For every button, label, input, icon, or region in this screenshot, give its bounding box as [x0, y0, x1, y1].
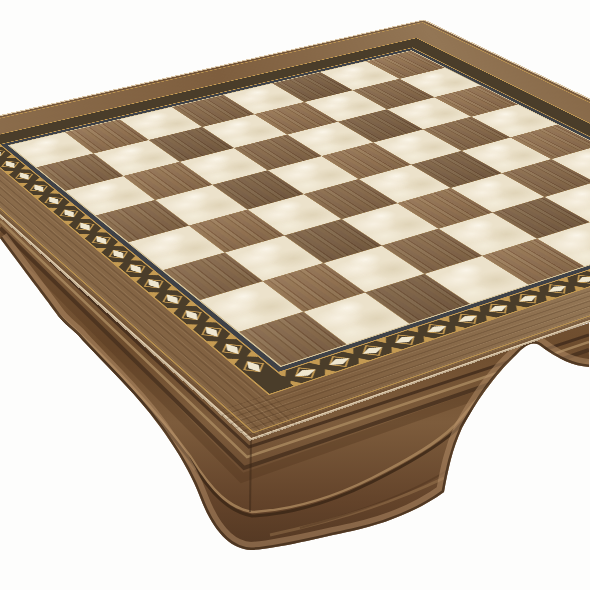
product-photo-stage — [0, 0, 590, 590]
